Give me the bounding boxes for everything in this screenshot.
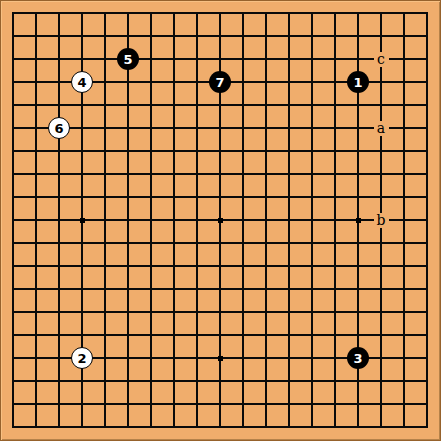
intersection [25,301,48,324]
intersection [94,25,117,48]
intersection [324,324,347,347]
intersection [94,2,117,25]
intersection [2,232,25,255]
intersection [278,186,301,209]
intersection [370,232,393,255]
intersection: 4 [71,71,94,94]
intersection [2,94,25,117]
intersection [393,209,416,232]
intersection [347,393,370,416]
star-point [80,218,85,223]
intersection [209,324,232,347]
stone-number: 4 [77,76,86,89]
intersection [370,416,393,439]
intersection [324,186,347,209]
intersection [140,232,163,255]
intersection [186,324,209,347]
intersection [209,232,232,255]
intersection [163,186,186,209]
intersection [255,48,278,71]
intersection [393,186,416,209]
intersection [370,301,393,324]
intersection [117,117,140,140]
intersection [163,117,186,140]
intersection [255,232,278,255]
intersection [301,48,324,71]
intersection [140,25,163,48]
go-grid: 5c4716ab23 [2,2,439,439]
intersection [71,2,94,25]
intersection [71,416,94,439]
intersection [232,370,255,393]
intersection [347,25,370,48]
intersection [232,163,255,186]
intersection [71,232,94,255]
intersection [186,163,209,186]
intersection [324,278,347,301]
intersection [186,278,209,301]
intersection [347,255,370,278]
intersection [416,163,439,186]
intersection [301,163,324,186]
intersection [163,255,186,278]
intersection [71,140,94,163]
intersection [140,278,163,301]
intersection [140,347,163,370]
intersection [347,232,370,255]
intersection [186,232,209,255]
intersection [2,2,25,25]
intersection [48,370,71,393]
intersection [324,163,347,186]
intersection [416,48,439,71]
intersection [278,232,301,255]
intersection [232,186,255,209]
intersection [232,278,255,301]
intersection: 2 [71,347,94,370]
intersection [347,278,370,301]
intersection [416,186,439,209]
intersection [25,117,48,140]
intersection [163,278,186,301]
intersection [255,301,278,324]
intersection [140,117,163,140]
intersection [301,71,324,94]
intersection [71,94,94,117]
intersection [278,416,301,439]
intersection [393,117,416,140]
intersection [416,324,439,347]
intersection [324,255,347,278]
intersection [48,48,71,71]
intersection [71,163,94,186]
intersection [163,140,186,163]
intersection [163,48,186,71]
intersection [94,301,117,324]
intersection [301,255,324,278]
intersection [94,255,117,278]
intersection [140,324,163,347]
intersection [324,232,347,255]
intersection [278,301,301,324]
intersection [324,347,347,370]
intersection [324,301,347,324]
intersection [25,278,48,301]
point-label-a: a [374,121,389,136]
intersection [232,94,255,117]
intersection [140,186,163,209]
intersection [301,94,324,117]
intersection [117,370,140,393]
intersection [278,71,301,94]
intersection [186,2,209,25]
intersection [370,94,393,117]
intersection [209,2,232,25]
intersection [393,2,416,25]
white-stone: 4 [71,71,93,93]
intersection [71,278,94,301]
intersection [117,2,140,25]
intersection [117,232,140,255]
intersection [255,370,278,393]
intersection [48,209,71,232]
intersection [278,370,301,393]
intersection [48,94,71,117]
intersection [301,140,324,163]
intersection [163,2,186,25]
intersection [347,370,370,393]
intersection [416,255,439,278]
intersection [94,393,117,416]
intersection [2,347,25,370]
intersection [94,370,117,393]
intersection [48,255,71,278]
intersection [209,278,232,301]
intersection [117,71,140,94]
intersection [209,140,232,163]
intersection [370,370,393,393]
intersection [370,71,393,94]
intersection [301,117,324,140]
intersection [2,416,25,439]
intersection [48,2,71,25]
intersection [301,393,324,416]
intersection [186,209,209,232]
intersection [393,370,416,393]
intersection [324,2,347,25]
intersection [278,140,301,163]
intersection [25,71,48,94]
intersection [48,347,71,370]
intersection [370,163,393,186]
intersection [94,232,117,255]
intersection [163,416,186,439]
intersection [140,163,163,186]
intersection [301,186,324,209]
intersection [370,324,393,347]
intersection [163,347,186,370]
intersection [232,347,255,370]
stone-number: 6 [54,122,63,135]
intersection [278,2,301,25]
intersection [370,347,393,370]
intersection [48,71,71,94]
intersection [209,25,232,48]
intersection [393,416,416,439]
stone-number: 3 [353,352,362,365]
intersection [393,140,416,163]
intersection [301,2,324,25]
intersection [393,347,416,370]
intersection [209,209,232,232]
intersection [140,209,163,232]
intersection [278,347,301,370]
intersection [324,94,347,117]
intersection [48,393,71,416]
intersection [163,94,186,117]
point-label-b: b [374,213,389,228]
intersection: 3 [347,347,370,370]
intersection [163,232,186,255]
intersection [232,393,255,416]
intersection [416,278,439,301]
intersection [2,71,25,94]
intersection [347,209,370,232]
intersection [2,25,25,48]
intersection [25,232,48,255]
intersection [370,186,393,209]
intersection [324,140,347,163]
intersection [163,163,186,186]
intersection [25,25,48,48]
intersection [71,25,94,48]
intersection [163,209,186,232]
intersection [140,48,163,71]
star-point [218,356,223,361]
intersection [186,186,209,209]
intersection [370,278,393,301]
intersection [393,232,416,255]
intersection [278,278,301,301]
intersection [117,94,140,117]
intersection [94,209,117,232]
intersection [25,370,48,393]
intersection [324,25,347,48]
intersection [255,186,278,209]
intersection [186,117,209,140]
intersection [94,347,117,370]
intersection [209,163,232,186]
black-stone: 5 [117,48,139,70]
intersection [163,71,186,94]
intersection [393,324,416,347]
intersection [324,48,347,71]
intersection [25,393,48,416]
intersection [140,301,163,324]
intersection [301,232,324,255]
intersection [416,25,439,48]
intersection [2,301,25,324]
intersection [48,186,71,209]
intersection [301,209,324,232]
intersection [94,140,117,163]
intersection [209,48,232,71]
intersection [48,163,71,186]
intersection [209,416,232,439]
intersection [25,186,48,209]
intersection [2,324,25,347]
intersection [393,48,416,71]
intersection [324,370,347,393]
intersection [25,163,48,186]
intersection [186,393,209,416]
intersection [416,416,439,439]
intersection [186,370,209,393]
star-point [356,218,361,223]
intersection [255,71,278,94]
intersection: b [370,209,393,232]
intersection [71,324,94,347]
intersection [255,25,278,48]
intersection [140,370,163,393]
intersection [347,163,370,186]
intersection [140,140,163,163]
intersection [25,48,48,71]
white-stone: 6 [48,117,70,139]
intersection [2,140,25,163]
intersection: 7 [209,71,232,94]
intersection [416,209,439,232]
intersection: 1 [347,71,370,94]
intersection [347,186,370,209]
intersection [278,25,301,48]
intersection [117,163,140,186]
intersection [117,301,140,324]
intersection [347,416,370,439]
intersection [255,416,278,439]
intersection [416,370,439,393]
intersection [117,209,140,232]
stone-number: 1 [353,76,362,89]
intersection [71,117,94,140]
intersection [140,393,163,416]
intersection [209,393,232,416]
intersection [71,48,94,71]
intersection [232,140,255,163]
intersection [209,370,232,393]
intersection [416,2,439,25]
intersection [48,301,71,324]
intersection [186,416,209,439]
intersection [278,209,301,232]
intersection [232,324,255,347]
intersection [25,94,48,117]
intersection [393,301,416,324]
intersection [278,393,301,416]
intersection [301,416,324,439]
intersection [25,140,48,163]
intersection [416,94,439,117]
intersection [140,94,163,117]
intersection [25,324,48,347]
intersection [255,324,278,347]
intersection [324,71,347,94]
intersection [255,117,278,140]
intersection [255,140,278,163]
intersection [2,186,25,209]
intersection [301,301,324,324]
intersection [278,94,301,117]
intersection [347,48,370,71]
intersection [347,324,370,347]
intersection [393,25,416,48]
intersection [209,255,232,278]
intersection [117,255,140,278]
intersection [94,186,117,209]
intersection [301,370,324,393]
intersection [416,232,439,255]
intersection [94,278,117,301]
intersection [393,94,416,117]
intersection [25,2,48,25]
intersection [2,255,25,278]
intersection [48,416,71,439]
intersection [370,393,393,416]
intersection [2,209,25,232]
intersection [393,71,416,94]
go-board: 5c4716ab23 [0,0,441,441]
intersection [186,347,209,370]
intersection [232,416,255,439]
intersection [140,255,163,278]
intersection [163,301,186,324]
intersection [48,278,71,301]
intersection [278,117,301,140]
intersection [255,2,278,25]
intersection [232,25,255,48]
intersection: 6 [48,117,71,140]
star-point [218,218,223,223]
intersection [347,140,370,163]
intersection [71,301,94,324]
intersection [94,117,117,140]
intersection [416,347,439,370]
intersection [117,186,140,209]
intersection [255,393,278,416]
stone-number: 7 [215,76,224,89]
intersection [186,301,209,324]
intersection [2,163,25,186]
intersection [163,370,186,393]
intersection [232,255,255,278]
intersection [186,48,209,71]
intersection [324,393,347,416]
intersection [71,370,94,393]
intersection [255,278,278,301]
black-stone: 3 [347,347,369,369]
intersection [255,163,278,186]
intersection [301,278,324,301]
intersection [94,163,117,186]
intersection [347,301,370,324]
point-label-c: c [374,52,389,67]
intersection [232,209,255,232]
intersection [186,255,209,278]
intersection [232,232,255,255]
intersection [163,393,186,416]
intersection [393,393,416,416]
intersection [255,347,278,370]
